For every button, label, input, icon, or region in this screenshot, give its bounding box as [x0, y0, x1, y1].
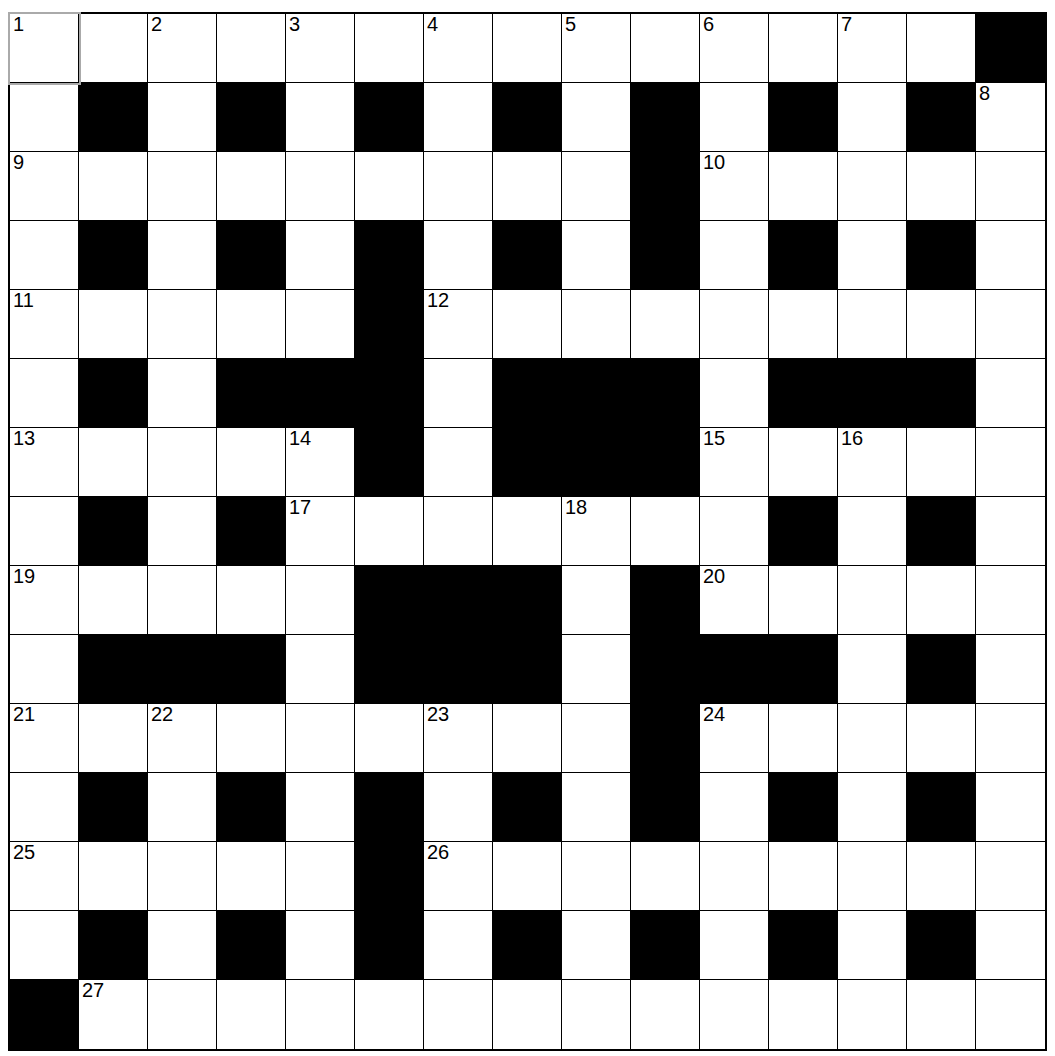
letter-cell[interactable] [700, 83, 769, 152]
clue-number: 5 [565, 14, 576, 35]
letter-cell[interactable] [562, 566, 631, 635]
letter-cell[interactable] [355, 704, 424, 773]
letter-cell[interactable] [217, 14, 286, 83]
block-cell [907, 497, 976, 566]
letter-cell[interactable] [148, 359, 217, 428]
clue-number: 3 [289, 14, 300, 35]
letter-cell[interactable] [700, 359, 769, 428]
block-cell [907, 635, 976, 704]
letter-cell[interactable] [976, 566, 1045, 635]
letter-cell[interactable] [286, 566, 355, 635]
letter-cell[interactable] [562, 842, 631, 911]
letter-cell[interactable]: 26 [424, 842, 493, 911]
letter-cell[interactable] [562, 704, 631, 773]
block-cell [217, 83, 286, 152]
block-cell [355, 428, 424, 497]
letter-cell[interactable] [700, 773, 769, 842]
letter-cell[interactable] [838, 635, 907, 704]
block-cell [631, 428, 700, 497]
letter-cell[interactable] [148, 566, 217, 635]
letter-cell[interactable] [148, 83, 217, 152]
letter-cell[interactable]: 17 [286, 497, 355, 566]
letter-cell[interactable] [907, 842, 976, 911]
letter-cell[interactable] [79, 14, 148, 83]
letter-cell[interactable]: 8 [976, 83, 1045, 152]
letter-cell[interactable] [286, 83, 355, 152]
letter-cell[interactable] [148, 497, 217, 566]
letter-cell[interactable] [769, 566, 838, 635]
letter-cell[interactable] [976, 290, 1045, 359]
letter-cell[interactable]: 23 [424, 704, 493, 773]
block-cell [907, 83, 976, 152]
block-cell [769, 221, 838, 290]
letter-cell[interactable]: 13 [10, 428, 79, 497]
clue-number: 6 [703, 14, 714, 35]
letter-cell[interactable] [769, 704, 838, 773]
letter-cell[interactable] [976, 221, 1045, 290]
letter-cell[interactable]: 18 [562, 497, 631, 566]
letter-cell[interactable] [838, 221, 907, 290]
block-cell [976, 14, 1045, 83]
letter-cell[interactable] [217, 566, 286, 635]
letter-cell[interactable]: 5 [562, 14, 631, 83]
letter-cell[interactable] [631, 290, 700, 359]
block-cell [217, 911, 286, 980]
block-cell [493, 83, 562, 152]
letter-cell[interactable] [148, 428, 217, 497]
letter-cell[interactable] [286, 290, 355, 359]
block-cell [493, 566, 562, 635]
letter-cell[interactable] [148, 842, 217, 911]
block-cell [769, 83, 838, 152]
block-cell [631, 83, 700, 152]
block-cell [79, 359, 148, 428]
letter-cell[interactable] [838, 566, 907, 635]
clue-number: 9 [13, 152, 24, 173]
letter-cell[interactable] [355, 980, 424, 1049]
letter-cell[interactable] [493, 980, 562, 1049]
letter-cell[interactable] [217, 152, 286, 221]
letter-cell[interactable] [562, 911, 631, 980]
letter-cell[interactable] [907, 152, 976, 221]
letter-cell[interactable] [493, 842, 562, 911]
clue-number: 18 [565, 497, 587, 518]
letter-cell[interactable] [838, 773, 907, 842]
letter-cell[interactable]: 22 [148, 704, 217, 773]
letter-cell[interactable] [10, 773, 79, 842]
letter-cell[interactable] [424, 428, 493, 497]
letter-cell[interactable] [424, 773, 493, 842]
letter-cell[interactable] [424, 980, 493, 1049]
block-cell [769, 773, 838, 842]
letter-cell[interactable] [424, 911, 493, 980]
clue-number: 8 [979, 83, 990, 104]
block-cell [631, 911, 700, 980]
clue-number: 10 [703, 152, 725, 173]
letter-cell[interactable] [286, 152, 355, 221]
letter-cell[interactable] [148, 980, 217, 1049]
letter-cell[interactable] [976, 704, 1045, 773]
letter-cell[interactable] [769, 14, 838, 83]
letter-cell[interactable] [10, 497, 79, 566]
letter-cell[interactable] [286, 980, 355, 1049]
letter-cell[interactable] [838, 704, 907, 773]
block-cell [907, 359, 976, 428]
letter-cell[interactable] [493, 152, 562, 221]
letter-cell[interactable] [631, 14, 700, 83]
letter-cell[interactable] [907, 428, 976, 497]
letter-cell[interactable] [286, 635, 355, 704]
letter-cell[interactable] [217, 842, 286, 911]
block-cell [148, 635, 217, 704]
letter-cell[interactable] [838, 980, 907, 1049]
clue-number: 20 [703, 566, 725, 587]
letter-cell[interactable] [217, 428, 286, 497]
letter-cell[interactable]: 19 [10, 566, 79, 635]
clue-number: 1 [13, 14, 24, 35]
letter-cell[interactable] [838, 842, 907, 911]
letter-cell[interactable]: 27 [79, 980, 148, 1049]
letter-cell[interactable] [79, 290, 148, 359]
letter-cell[interactable] [976, 635, 1045, 704]
letter-cell[interactable] [79, 428, 148, 497]
letter-cell[interactable] [976, 152, 1045, 221]
letter-cell[interactable] [838, 83, 907, 152]
letter-cell[interactable] [286, 842, 355, 911]
block-cell [493, 635, 562, 704]
block-cell [631, 359, 700, 428]
letter-cell[interactable] [907, 14, 976, 83]
block-cell [493, 221, 562, 290]
letter-cell[interactable] [562, 635, 631, 704]
letter-cell[interactable] [148, 773, 217, 842]
clue-number: 25 [13, 842, 35, 863]
letter-cell[interactable]: 4 [424, 14, 493, 83]
letter-cell[interactable]: 20 [700, 566, 769, 635]
letter-cell[interactable]: 2 [148, 14, 217, 83]
clue-number: 14 [289, 428, 311, 449]
letter-cell[interactable] [700, 980, 769, 1049]
letter-cell[interactable] [286, 911, 355, 980]
letter-cell[interactable] [976, 980, 1045, 1049]
letter-cell[interactable] [700, 842, 769, 911]
letter-cell[interactable] [907, 980, 976, 1049]
block-cell [79, 221, 148, 290]
letter-cell[interactable] [79, 152, 148, 221]
crossword-grid: 1234567891011121314151617181920212223242… [10, 14, 1045, 1049]
clue-number: 2 [151, 14, 162, 35]
block-cell [631, 566, 700, 635]
block-cell [217, 359, 286, 428]
letter-cell[interactable] [493, 704, 562, 773]
clue-number: 27 [82, 980, 104, 1001]
block-cell [217, 497, 286, 566]
letter-cell[interactable] [769, 152, 838, 221]
clue-number: 11 [13, 290, 34, 311]
letter-cell[interactable] [79, 842, 148, 911]
clue-number: 15 [703, 428, 725, 449]
block-cell [769, 635, 838, 704]
letter-cell[interactable] [700, 221, 769, 290]
letter-cell[interactable] [976, 842, 1045, 911]
block-cell [631, 152, 700, 221]
letter-cell[interactable] [286, 221, 355, 290]
block-cell [562, 359, 631, 428]
clue-number: 23 [427, 704, 449, 725]
block-cell [838, 359, 907, 428]
letter-cell[interactable] [148, 152, 217, 221]
letter-cell[interactable] [562, 152, 631, 221]
block-cell [631, 773, 700, 842]
block-cell [355, 359, 424, 428]
letter-cell[interactable] [148, 290, 217, 359]
block-cell [355, 635, 424, 704]
letter-cell[interactable] [286, 704, 355, 773]
block-cell [355, 290, 424, 359]
letter-cell[interactable] [10, 359, 79, 428]
letter-cell[interactable] [424, 221, 493, 290]
letter-cell[interactable] [838, 290, 907, 359]
letter-cell[interactable] [700, 497, 769, 566]
block-cell [355, 773, 424, 842]
letter-cell[interactable]: 21 [10, 704, 79, 773]
block-cell [355, 221, 424, 290]
letter-cell[interactable] [838, 497, 907, 566]
letter-cell[interactable] [10, 635, 79, 704]
letter-cell[interactable] [355, 14, 424, 83]
letter-cell[interactable] [907, 290, 976, 359]
block-cell [355, 566, 424, 635]
clue-number: 12 [427, 290, 449, 311]
letter-cell[interactable] [907, 566, 976, 635]
letter-cell[interactable] [976, 497, 1045, 566]
letter-cell[interactable]: 15 [700, 428, 769, 497]
letter-cell[interactable] [769, 428, 838, 497]
letter-cell[interactable] [976, 911, 1045, 980]
block-cell [79, 773, 148, 842]
letter-cell[interactable]: 6 [700, 14, 769, 83]
letter-cell[interactable]: 14 [286, 428, 355, 497]
letter-cell[interactable]: 1 [10, 14, 79, 83]
letter-cell[interactable]: 16 [838, 428, 907, 497]
letter-cell[interactable] [79, 704, 148, 773]
block-cell [769, 359, 838, 428]
letter-cell[interactable] [700, 911, 769, 980]
letter-cell[interactable]: 7 [838, 14, 907, 83]
block-cell [631, 221, 700, 290]
letter-cell[interactable] [10, 911, 79, 980]
letter-cell[interactable] [493, 290, 562, 359]
clue-number: 22 [151, 704, 173, 725]
clue-number: 17 [289, 497, 311, 518]
block-cell [217, 635, 286, 704]
block-cell [493, 359, 562, 428]
letter-cell[interactable] [148, 911, 217, 980]
block-cell [79, 497, 148, 566]
clue-number: 16 [841, 428, 863, 449]
letter-cell[interactable] [217, 980, 286, 1049]
letter-cell[interactable] [700, 290, 769, 359]
block-cell [217, 221, 286, 290]
letter-cell[interactable] [907, 704, 976, 773]
letter-cell[interactable] [424, 497, 493, 566]
letter-cell[interactable] [631, 497, 700, 566]
block-cell [355, 842, 424, 911]
crossword-board: 1234567891011121314151617181920212223242… [8, 12, 1047, 1051]
block-cell [355, 83, 424, 152]
letter-cell[interactable] [424, 152, 493, 221]
letter-cell[interactable] [838, 911, 907, 980]
letter-cell[interactable] [838, 152, 907, 221]
block-cell [79, 911, 148, 980]
letter-cell[interactable] [493, 14, 562, 83]
letter-cell[interactable]: 25 [10, 842, 79, 911]
letter-cell[interactable]: 3 [286, 14, 355, 83]
block-cell [424, 566, 493, 635]
block-cell [424, 635, 493, 704]
clue-number: 7 [841, 14, 852, 35]
letter-cell[interactable]: 9 [10, 152, 79, 221]
letter-cell[interactable] [355, 497, 424, 566]
block-cell [631, 635, 700, 704]
letter-cell[interactable] [493, 497, 562, 566]
letter-cell[interactable] [562, 83, 631, 152]
block-cell [907, 773, 976, 842]
block-cell [493, 428, 562, 497]
clue-number: 13 [13, 428, 35, 449]
letter-cell[interactable] [424, 83, 493, 152]
letter-cell[interactable] [769, 290, 838, 359]
block-cell [700, 635, 769, 704]
clue-number: 4 [427, 14, 438, 35]
letter-cell[interactable] [631, 842, 700, 911]
letter-cell[interactable] [769, 980, 838, 1049]
block-cell [79, 635, 148, 704]
letter-cell[interactable] [10, 221, 79, 290]
block-cell [907, 911, 976, 980]
letter-cell[interactable] [148, 221, 217, 290]
block-cell [493, 911, 562, 980]
block-cell [79, 83, 148, 152]
block-cell [769, 497, 838, 566]
clue-number: 26 [427, 842, 449, 863]
letter-cell[interactable]: 12 [424, 290, 493, 359]
letter-cell[interactable] [424, 359, 493, 428]
block-cell [631, 704, 700, 773]
clue-number: 24 [703, 704, 725, 725]
block-cell [493, 773, 562, 842]
letter-cell[interactable] [976, 773, 1045, 842]
letter-cell[interactable]: 10 [700, 152, 769, 221]
letter-cell[interactable] [562, 290, 631, 359]
letter-cell[interactable] [562, 221, 631, 290]
letter-cell[interactable] [286, 773, 355, 842]
letter-cell[interactable] [631, 980, 700, 1049]
block-cell [10, 980, 79, 1049]
letter-cell[interactable]: 11 [10, 290, 79, 359]
clue-number: 19 [13, 566, 35, 587]
letter-cell[interactable] [10, 83, 79, 152]
block-cell [907, 221, 976, 290]
block-cell [217, 773, 286, 842]
letter-cell[interactable] [355, 152, 424, 221]
letter-cell[interactable] [769, 842, 838, 911]
letter-cell[interactable] [976, 428, 1045, 497]
letter-cell[interactable] [217, 290, 286, 359]
block-cell [562, 428, 631, 497]
letter-cell[interactable] [562, 980, 631, 1049]
letter-cell[interactable]: 24 [700, 704, 769, 773]
block-cell [355, 911, 424, 980]
block-cell [769, 911, 838, 980]
block-cell [286, 359, 355, 428]
clue-number: 21 [13, 704, 35, 725]
letter-cell[interactable] [217, 704, 286, 773]
letter-cell[interactable] [562, 773, 631, 842]
letter-cell[interactable] [79, 566, 148, 635]
letter-cell[interactable] [976, 359, 1045, 428]
